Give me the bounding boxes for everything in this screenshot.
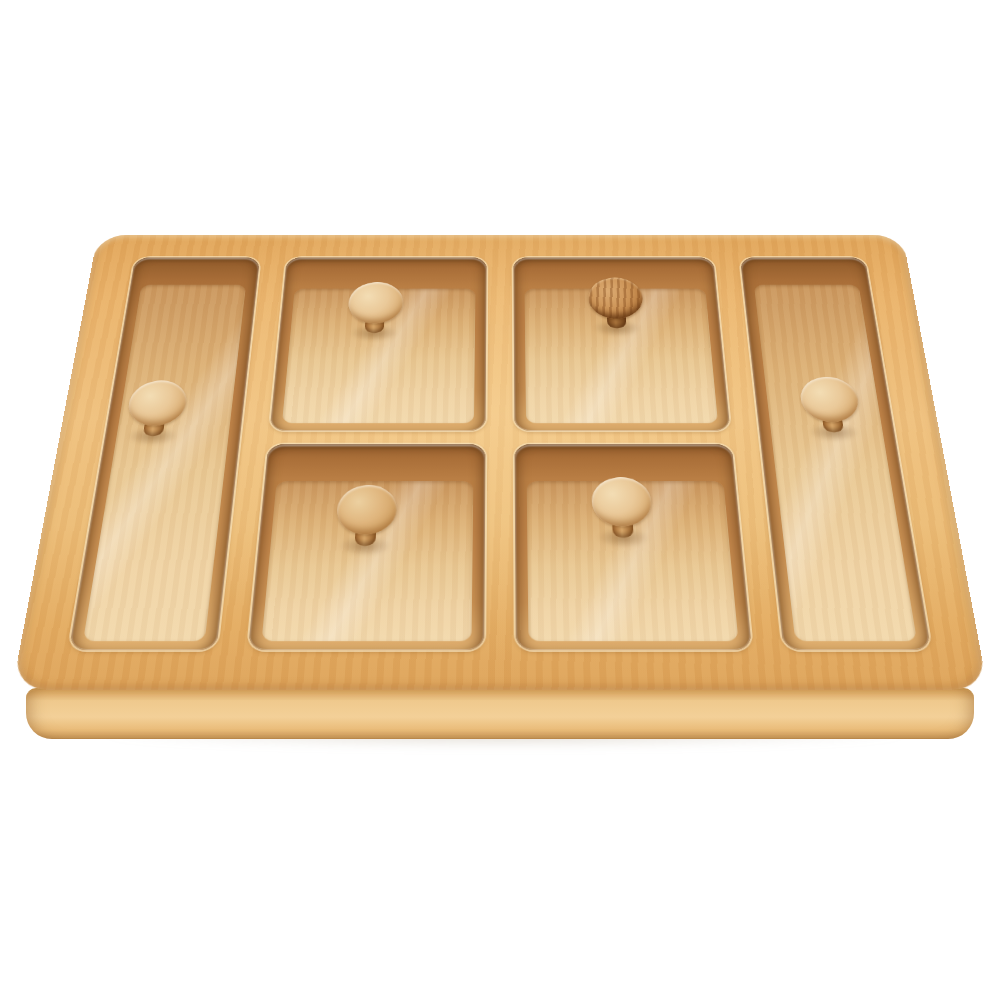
well-bottom-center-right xyxy=(514,444,752,650)
well-right-trough xyxy=(740,257,931,650)
peg-bottom-center-right[interactable] xyxy=(591,478,655,555)
well-top-center-right xyxy=(513,257,730,430)
product-photo-canvas xyxy=(0,0,1000,1000)
well-floor xyxy=(83,285,246,642)
peg-left-trough[interactable] xyxy=(121,380,189,451)
peg-cap xyxy=(127,377,187,430)
peg-cap xyxy=(346,279,407,327)
well-grid xyxy=(12,235,988,690)
peg-cap xyxy=(794,373,865,425)
peg-top-center-left[interactable] xyxy=(346,282,404,347)
puzzle-board xyxy=(12,235,988,690)
peg-bottom-center-left[interactable] xyxy=(333,485,397,562)
peg-cap xyxy=(583,274,647,322)
peg-cap xyxy=(334,481,400,539)
peg-right-trough[interactable] xyxy=(798,377,865,447)
peg-cap xyxy=(587,474,657,531)
well-bottom-center-left xyxy=(248,444,486,650)
board-top-face xyxy=(12,235,988,690)
board-front-face xyxy=(26,688,974,739)
well-floor xyxy=(754,285,917,642)
well-top-center-left xyxy=(270,257,487,430)
peg-top-center-right[interactable] xyxy=(587,277,645,341)
well-left-trough xyxy=(69,257,260,650)
